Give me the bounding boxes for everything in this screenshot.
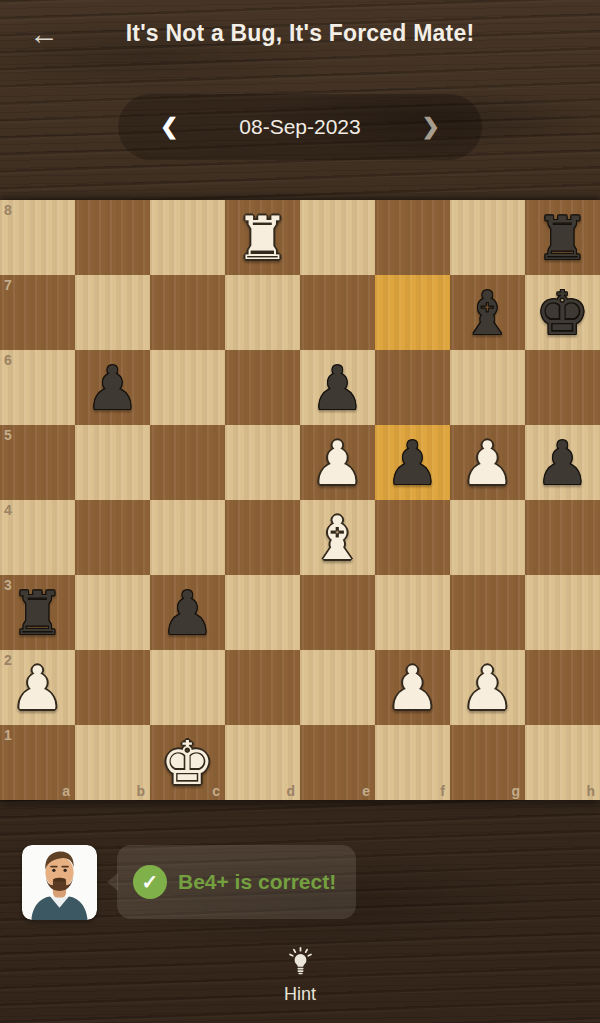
piece-black-pawn[interactable]: ♟: [300, 350, 375, 425]
square-f2[interactable]: ♟: [375, 650, 450, 725]
piece-black-pawn[interactable]: ♟: [375, 425, 450, 500]
piece-black-pawn[interactable]: ♟: [150, 575, 225, 650]
square-b8[interactable]: [75, 200, 150, 275]
square-d2[interactable]: [225, 650, 300, 725]
square-d5[interactable]: [225, 425, 300, 500]
square-g6[interactable]: [450, 350, 525, 425]
date-navigator: ❮ 08-Sep-2023 ❯: [118, 94, 482, 160]
square-h5[interactable]: ♟: [525, 425, 600, 500]
square-b7[interactable]: [75, 275, 150, 350]
file-label-g: g: [511, 783, 520, 799]
rank-label-6: 6: [4, 352, 12, 368]
square-a6[interactable]: 6: [0, 350, 75, 425]
file-label-a: a: [62, 783, 70, 799]
square-c1[interactable]: c♚: [150, 725, 225, 800]
square-c5[interactable]: [150, 425, 225, 500]
piece-white-pawn[interactable]: ♟: [0, 650, 75, 725]
chess-board: 8♜♜7♝♚6♟♟5♟♟♟♟4♝3♜♟2♟♟♟1abc♚defgh: [0, 200, 600, 800]
square-b6[interactable]: ♟: [75, 350, 150, 425]
square-e5[interactable]: ♟: [300, 425, 375, 500]
square-h1[interactable]: h: [525, 725, 600, 800]
square-e8[interactable]: [300, 200, 375, 275]
square-f3[interactable]: [375, 575, 450, 650]
piece-white-pawn[interactable]: ♟: [450, 650, 525, 725]
square-e3[interactable]: [300, 575, 375, 650]
square-a7[interactable]: 7: [0, 275, 75, 350]
piece-black-bishop[interactable]: ♝: [450, 275, 525, 350]
square-d1[interactable]: d: [225, 725, 300, 800]
correct-check-icon: ✓: [133, 865, 167, 899]
piece-black-rook[interactable]: ♜: [0, 575, 75, 650]
piece-white-pawn[interactable]: ♟: [450, 425, 525, 500]
square-d4[interactable]: [225, 500, 300, 575]
avatar: [22, 845, 97, 920]
square-d7[interactable]: [225, 275, 300, 350]
square-e2[interactable]: [300, 650, 375, 725]
square-f6[interactable]: [375, 350, 450, 425]
square-f4[interactable]: [375, 500, 450, 575]
square-h6[interactable]: [525, 350, 600, 425]
square-b4[interactable]: [75, 500, 150, 575]
square-a4[interactable]: 4: [0, 500, 75, 575]
square-h8[interactable]: ♜: [525, 200, 600, 275]
file-label-e: e: [362, 783, 370, 799]
square-c8[interactable]: [150, 200, 225, 275]
square-h2[interactable]: [525, 650, 600, 725]
hint-label: Hint: [284, 984, 316, 1005]
square-e1[interactable]: e: [300, 725, 375, 800]
piece-white-king[interactable]: ♚: [150, 725, 225, 800]
square-b3[interactable]: [75, 575, 150, 650]
square-g8[interactable]: [450, 200, 525, 275]
square-b2[interactable]: [75, 650, 150, 725]
square-f7[interactable]: [375, 275, 450, 350]
square-h7[interactable]: ♚: [525, 275, 600, 350]
file-label-d: d: [286, 783, 295, 799]
file-label-b: b: [136, 783, 145, 799]
piece-black-king[interactable]: ♚: [525, 275, 600, 350]
square-e4[interactable]: ♝: [300, 500, 375, 575]
header: ← It's Not a Bug, It's Forced Mate!: [0, 0, 600, 70]
square-e6[interactable]: ♟: [300, 350, 375, 425]
square-e7[interactable]: [300, 275, 375, 350]
square-g4[interactable]: [450, 500, 525, 575]
square-g1[interactable]: g: [450, 725, 525, 800]
square-a5[interactable]: 5: [0, 425, 75, 500]
square-b1[interactable]: b: [75, 725, 150, 800]
rank-label-4: 4: [4, 502, 12, 518]
rank-label-7: 7: [4, 277, 12, 293]
piece-black-pawn[interactable]: ♟: [525, 425, 600, 500]
puzzle-date[interactable]: 08-Sep-2023: [239, 115, 360, 139]
square-c7[interactable]: [150, 275, 225, 350]
piece-black-pawn[interactable]: ♟: [75, 350, 150, 425]
file-label-f: f: [440, 783, 445, 799]
square-h4[interactable]: [525, 500, 600, 575]
square-f5[interactable]: ♟: [375, 425, 450, 500]
square-g7[interactable]: ♝: [450, 275, 525, 350]
square-d3[interactable]: [225, 575, 300, 650]
previous-day-chevron-icon[interactable]: ❮: [160, 116, 178, 138]
square-c6[interactable]: [150, 350, 225, 425]
next-day-chevron-icon[interactable]: ❯: [422, 116, 440, 138]
square-c2[interactable]: [150, 650, 225, 725]
piece-white-bishop[interactable]: ♝: [300, 500, 375, 575]
page-title: It's Not a Bug, It's Forced Mate!: [0, 20, 600, 47]
rank-label-5: 5: [4, 427, 12, 443]
lightbulb-icon: [284, 946, 317, 979]
square-g5[interactable]: ♟: [450, 425, 525, 500]
square-a3[interactable]: 3♜: [0, 575, 75, 650]
square-h3[interactable]: [525, 575, 600, 650]
square-g2[interactable]: ♟: [450, 650, 525, 725]
piece-white-pawn[interactable]: ♟: [375, 650, 450, 725]
rank-label-8: 8: [4, 202, 12, 218]
rank-label-1: 1: [4, 727, 12, 743]
avatar-illustration: [22, 845, 97, 920]
square-d8[interactable]: ♜: [225, 200, 300, 275]
app-background: ← It's Not a Bug, It's Forced Mate! ❮ 08…: [0, 0, 600, 1023]
square-c4[interactable]: [150, 500, 225, 575]
feedback-message: Be4+ is correct!: [178, 870, 336, 894]
square-f8[interactable]: [375, 200, 450, 275]
square-c3[interactable]: ♟: [150, 575, 225, 650]
square-a8[interactable]: 8: [0, 200, 75, 275]
square-d6[interactable]: [225, 350, 300, 425]
hint-button[interactable]: Hint: [0, 946, 600, 1005]
square-g3[interactable]: [450, 575, 525, 650]
square-b5[interactable]: [75, 425, 150, 500]
square-a2[interactable]: 2♟: [0, 650, 75, 725]
feedback-bubble: ✓ Be4+ is correct!: [117, 845, 356, 919]
piece-white-pawn[interactable]: ♟: [300, 425, 375, 500]
piece-white-rook[interactable]: ♜: [225, 200, 300, 275]
piece-black-rook[interactable]: ♜: [525, 200, 600, 275]
square-a1[interactable]: 1a: [0, 725, 75, 800]
file-label-h: h: [586, 783, 595, 799]
square-f1[interactable]: f: [375, 725, 450, 800]
